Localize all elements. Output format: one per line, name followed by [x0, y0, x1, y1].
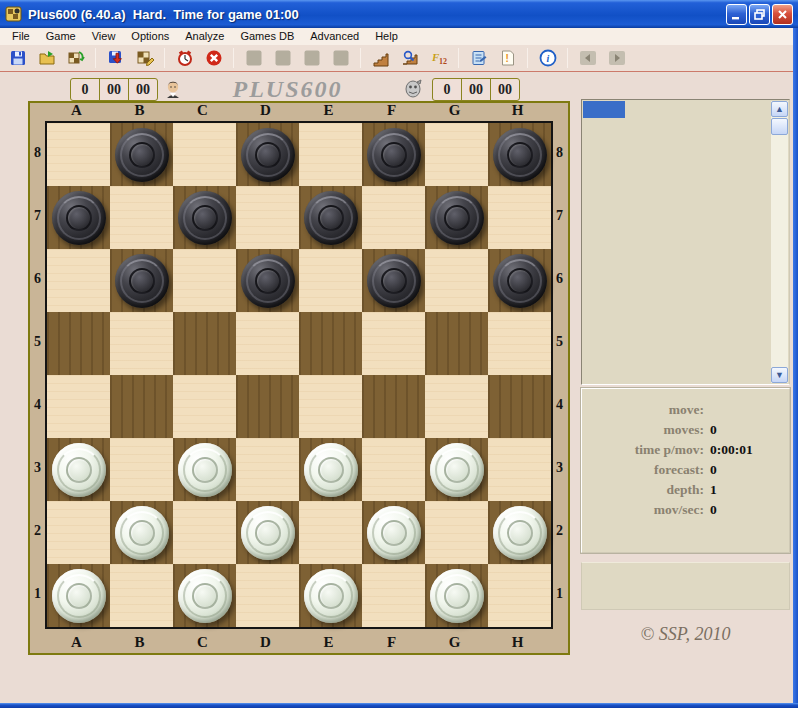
coord-label: 1 — [31, 562, 44, 625]
coord-label: 6 — [31, 247, 44, 310]
square-b1[interactable] — [110, 564, 173, 627]
toolbar-clock-button[interactable] — [173, 47, 196, 69]
coord-label: D — [234, 102, 297, 119]
square-a8[interactable] — [47, 123, 110, 186]
checkers-board — [45, 121, 553, 629]
restore-button[interactable] — [749, 4, 770, 25]
toolbar-separator — [527, 48, 528, 68]
white-score: 0 — [71, 79, 100, 100]
coord-label: A — [45, 634, 108, 651]
stat-label: mov/sec: — [582, 502, 704, 522]
copyright-label: © SSP, 2010 — [581, 624, 790, 645]
stat-value — [704, 402, 710, 422]
square-f2[interactable] — [362, 501, 425, 564]
square-d8[interactable] — [236, 123, 299, 186]
square-f7[interactable] — [362, 186, 425, 249]
square-b2[interactable] — [110, 501, 173, 564]
square-d7[interactable] — [236, 186, 299, 249]
window-border-right — [793, 28, 798, 708]
stat-row: forecast:0 — [582, 462, 789, 482]
stat-value: 0 — [704, 462, 717, 482]
square-a7[interactable] — [47, 186, 110, 249]
square-a1[interactable] — [47, 564, 110, 627]
square-b5[interactable] — [110, 312, 173, 375]
square-d3[interactable] — [236, 438, 299, 501]
toolbar-new-game-button[interactable] — [64, 47, 87, 69]
coord-label: G — [423, 634, 486, 651]
file-labels-bottom: ABCDEFGH — [45, 634, 553, 651]
coord-label: C — [171, 102, 234, 119]
square-h4[interactable] — [488, 375, 551, 438]
square-g5[interactable] — [425, 312, 488, 375]
menu-view[interactable]: View — [84, 29, 124, 44]
white-man-h2[interactable] — [493, 506, 547, 560]
toolbar-save-game-button[interactable] — [104, 47, 127, 69]
square-h3[interactable] — [488, 438, 551, 501]
square-d2[interactable] — [236, 501, 299, 564]
toolbar-blank-2-button — [271, 47, 294, 69]
toolbar-save-button[interactable] — [6, 47, 29, 69]
menu-games-db[interactable]: Games DB — [232, 29, 302, 44]
white-clock: 0 00 00 — [70, 78, 158, 101]
black-man-f6[interactable] — [367, 254, 421, 308]
square-d1[interactable] — [236, 564, 299, 627]
stat-value: 0 — [704, 422, 717, 442]
coord-label: 4 — [31, 373, 44, 436]
square-c7[interactable] — [173, 186, 236, 249]
coord-label: B — [108, 102, 171, 119]
square-b4[interactable] — [110, 375, 173, 438]
white-man-a3[interactable] — [52, 443, 106, 497]
black-man-g7[interactable] — [430, 191, 484, 245]
square-c4[interactable] — [173, 375, 236, 438]
coord-label: 1 — [552, 562, 567, 625]
square-c1[interactable] — [173, 564, 236, 627]
menu-bar: FileGameViewOptionsAnalyzeGames DBAdvanc… — [0, 28, 798, 45]
square-d6[interactable] — [236, 249, 299, 312]
board-frame: ABCDEFGH ABCDEFGH 87654321 87654321 — [28, 101, 570, 655]
square-g1[interactable] — [425, 564, 488, 627]
square-f6[interactable] — [362, 249, 425, 312]
stat-label: depth: — [582, 482, 704, 502]
toolbar-open-button[interactable] — [35, 47, 58, 69]
white-man-c3[interactable] — [178, 443, 232, 497]
square-c6[interactable] — [173, 249, 236, 312]
white-man-e3[interactable] — [304, 443, 358, 497]
white-minutes: 00 — [100, 79, 129, 100]
square-e4[interactable] — [299, 375, 362, 438]
stat-value: 0:00:01 — [704, 442, 753, 462]
square-h5[interactable] — [488, 312, 551, 375]
rank-labels-right: 87654321 — [552, 121, 567, 629]
square-h2[interactable] — [488, 501, 551, 564]
white-man-g1[interactable] — [430, 569, 484, 623]
toolbar-analyze-search-button[interactable] — [398, 47, 421, 69]
plus600-window: Plus600 (6.40.a) Hard. Time for game 01:… — [0, 0, 798, 708]
square-b7[interactable] — [110, 186, 173, 249]
black-seconds: 00 — [491, 79, 519, 100]
score-strip: 0 00 00 PLUS600 0 00 00 — [0, 72, 575, 102]
coord-label: 8 — [31, 121, 44, 184]
toolbar-separator — [458, 48, 459, 68]
coord-label: 7 — [552, 184, 567, 247]
program-title: PLUS600 — [200, 76, 375, 103]
square-c8[interactable] — [173, 123, 236, 186]
square-e3[interactable] — [299, 438, 362, 501]
window-border-bottom — [0, 703, 798, 708]
menu-help[interactable]: Help — [367, 29, 406, 44]
coord-label: 5 — [31, 310, 44, 373]
coord-label: D — [234, 634, 297, 651]
square-a5[interactable] — [47, 312, 110, 375]
toolbar-blank-4-button — [329, 47, 352, 69]
coord-label: H — [486, 102, 549, 119]
square-f8[interactable] — [362, 123, 425, 186]
square-e7[interactable] — [299, 186, 362, 249]
toolbar-separator — [233, 48, 234, 68]
white-man-f2[interactable] — [367, 506, 421, 560]
stat-row: moves:0 — [582, 422, 789, 442]
toolbar-separator — [164, 48, 165, 68]
coord-label: A — [45, 102, 108, 119]
square-h1[interactable] — [488, 564, 551, 627]
move-list-selection — [583, 101, 625, 118]
coord-label: 8 — [552, 121, 567, 184]
stat-row: mov/sec:0 — [582, 502, 789, 522]
svg-text:!: ! — [505, 53, 508, 64]
menu-options[interactable]: Options — [123, 29, 177, 44]
white-man-d2[interactable] — [241, 506, 295, 560]
square-g4[interactable] — [425, 375, 488, 438]
square-e6[interactable] — [299, 249, 362, 312]
svg-text:i: i — [546, 53, 549, 64]
white-man-a1[interactable] — [52, 569, 106, 623]
coord-label: C — [171, 634, 234, 651]
coord-label: 5 — [552, 310, 567, 373]
square-f5[interactable] — [362, 312, 425, 375]
black-man-h8[interactable] — [493, 128, 547, 182]
square-c5[interactable] — [173, 312, 236, 375]
close-button[interactable] — [772, 4, 793, 25]
coord-label: 3 — [552, 436, 567, 499]
black-score: 0 — [433, 79, 462, 100]
white-man-b2[interactable] — [115, 506, 169, 560]
stat-label: forecast: — [582, 462, 704, 482]
square-h8[interactable] — [488, 123, 551, 186]
human-player-icon — [163, 78, 183, 100]
square-d4[interactable] — [236, 375, 299, 438]
coord-label: G — [423, 102, 486, 119]
coord-label: E — [297, 634, 360, 651]
coord-label: H — [486, 634, 549, 651]
square-a3[interactable] — [47, 438, 110, 501]
square-g6[interactable] — [425, 249, 488, 312]
black-man-h6[interactable] — [493, 254, 547, 308]
file-labels-top: ABCDEFGH — [45, 102, 553, 119]
black-man-c7[interactable] — [178, 191, 232, 245]
coord-label: F — [360, 634, 423, 651]
coord-label: E — [297, 102, 360, 119]
stat-label: moves: — [582, 422, 704, 442]
computer-player-icon — [403, 78, 423, 100]
coord-label: B — [108, 634, 171, 651]
coord-label: 3 — [31, 436, 44, 499]
square-g3[interactable] — [425, 438, 488, 501]
toolbar-separator — [360, 48, 361, 68]
square-a2[interactable] — [47, 501, 110, 564]
square-a6[interactable] — [47, 249, 110, 312]
square-f4[interactable] — [362, 375, 425, 438]
black-man-f8[interactable] — [367, 128, 421, 182]
stat-label: move: — [582, 402, 704, 422]
toolbar-analyze-steps-button[interactable] — [369, 47, 392, 69]
move-list[interactable]: ▲ ▼ — [581, 99, 790, 385]
toolbar-forward-button — [605, 47, 628, 69]
square-c2[interactable] — [173, 501, 236, 564]
square-e5[interactable] — [299, 312, 362, 375]
black-man-b6[interactable] — [115, 254, 169, 308]
square-b3[interactable] — [110, 438, 173, 501]
square-g8[interactable] — [425, 123, 488, 186]
white-man-c1[interactable] — [178, 569, 232, 623]
stat-row: time p/mov:0:00:01 — [582, 442, 789, 462]
rank-labels-left: 87654321 — [31, 121, 44, 629]
toolbar-stop-button[interactable] — [202, 47, 225, 69]
stat-value: 0 — [704, 502, 717, 522]
coord-label: 2 — [31, 499, 44, 562]
black-minutes: 00 — [462, 79, 491, 100]
scroll-down-button[interactable]: ▼ — [771, 367, 788, 383]
message-box — [581, 562, 790, 610]
stat-row: depth:1 — [582, 482, 789, 502]
toolbar-warning-button[interactable]: ! — [496, 47, 519, 69]
square-e1[interactable] — [299, 564, 362, 627]
toolbar-back-button — [576, 47, 599, 69]
square-g7[interactable] — [425, 186, 488, 249]
coord-label: F — [360, 102, 423, 119]
square-c3[interactable] — [173, 438, 236, 501]
white-man-g3[interactable] — [430, 443, 484, 497]
square-f3[interactable] — [362, 438, 425, 501]
square-h7[interactable] — [488, 186, 551, 249]
square-e2[interactable] — [299, 501, 362, 564]
square-f1[interactable] — [362, 564, 425, 627]
move-list-scrollbar[interactable]: ▲ ▼ — [771, 101, 788, 383]
square-b6[interactable] — [110, 249, 173, 312]
menu-file[interactable]: File — [4, 29, 38, 44]
scrollbar-thumb[interactable] — [771, 118, 788, 135]
menu-analyze[interactable]: Analyze — [177, 29, 232, 44]
coord-label: 7 — [31, 184, 44, 247]
menu-advanced[interactable]: Advanced — [302, 29, 367, 44]
toolbar-separator — [567, 48, 568, 68]
app-icon — [5, 5, 23, 23]
black-man-d8[interactable] — [241, 128, 295, 182]
white-man-e1[interactable] — [304, 569, 358, 623]
toolbar-separator — [95, 48, 96, 68]
square-h6[interactable] — [488, 249, 551, 312]
svg-text:12: 12 — [439, 57, 447, 66]
coord-label: 6 — [552, 247, 567, 310]
square-d5[interactable] — [236, 312, 299, 375]
stat-label: time p/mov: — [582, 442, 704, 462]
black-man-b8[interactable] — [115, 128, 169, 182]
toolbar-blank-3-button — [300, 47, 323, 69]
toolbar-board-setup-button[interactable] — [133, 47, 156, 69]
black-clock: 0 00 00 — [432, 78, 520, 101]
black-man-a7[interactable] — [52, 191, 106, 245]
engine-stats-panel: move:moves:0time p/mov:0:00:01forecast:0… — [581, 388, 790, 553]
toolbar-notes-button[interactable] — [467, 47, 490, 69]
toolbar-blank-1-button — [242, 47, 265, 69]
black-man-e7[interactable] — [304, 191, 358, 245]
square-g2[interactable] — [425, 501, 488, 564]
square-a4[interactable] — [47, 375, 110, 438]
minimize-button[interactable] — [726, 4, 747, 25]
stat-value: 1 — [704, 482, 717, 502]
coord-label: 2 — [552, 499, 567, 562]
window-title: Plus600 (6.40.a) Hard. Time for game 01:… — [28, 7, 299, 22]
white-seconds: 00 — [129, 79, 157, 100]
square-e8[interactable] — [299, 123, 362, 186]
square-b8[interactable] — [110, 123, 173, 186]
scroll-up-button[interactable]: ▲ — [771, 101, 788, 117]
toolbar-f12-button[interactable]: F12 — [427, 47, 450, 69]
black-man-d6[interactable] — [241, 254, 295, 308]
stat-row: move: — [582, 402, 789, 422]
toolbar-info-button[interactable]: i — [536, 47, 559, 69]
toolbar: F12!i — [0, 45, 798, 72]
coord-label: 4 — [552, 373, 567, 436]
title-bar[interactable]: Plus600 (6.40.a) Hard. Time for game 01:… — [0, 0, 798, 28]
menu-game[interactable]: Game — [38, 29, 84, 44]
